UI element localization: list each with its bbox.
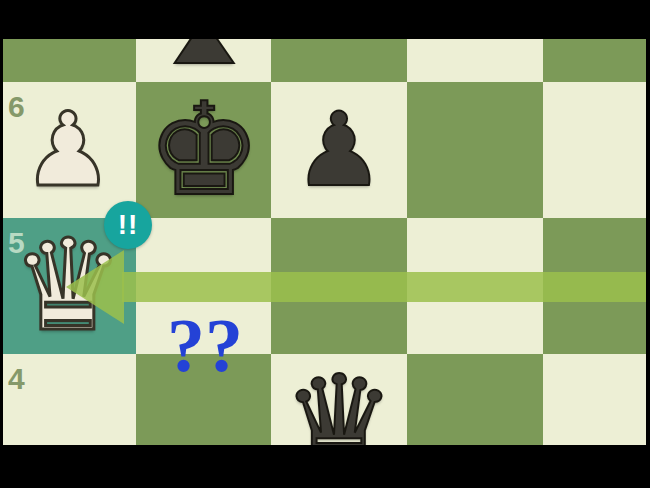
piece-b6-black-king[interactable]: ♚ — [136, 82, 272, 218]
letterbox-bottom-bar — [0, 445, 650, 488]
piece-c4-black-queen[interactable]: ♛ — [271, 354, 407, 445]
brilliant-move-badge: !! — [104, 201, 152, 249]
rank-label-4: 4 — [8, 364, 25, 394]
blunder-question-marks: ?? — [167, 307, 243, 383]
move-arrow-shaft — [122, 272, 650, 302]
piece-c6-black-pawn[interactable]: ♟ — [271, 82, 407, 218]
square-d4[interactable] — [407, 354, 543, 445]
letterbox-left-bar — [0, 0, 3, 488]
square-d7[interactable] — [407, 39, 543, 82]
square-d6[interactable] — [407, 82, 543, 218]
square-e7[interactable] — [543, 39, 650, 82]
square-e6[interactable] — [543, 82, 650, 218]
chess-board: !! ?? 654♝♟♚♟♛♛ — [0, 39, 650, 445]
video-frame: !! ?? 654♝♟♚♟♛♛ — [0, 0, 650, 488]
move-arrow-head — [66, 250, 124, 324]
square-e4[interactable] — [543, 354, 650, 445]
square-c7[interactable] — [271, 39, 407, 82]
brilliant-move-badge-text: !! — [118, 209, 139, 241]
piece-a6-white-pawn[interactable]: ♟ — [0, 82, 136, 218]
letterbox-right-bar — [646, 0, 650, 488]
letterbox-top-bar — [0, 0, 650, 39]
square-a7[interactable] — [0, 39, 136, 82]
